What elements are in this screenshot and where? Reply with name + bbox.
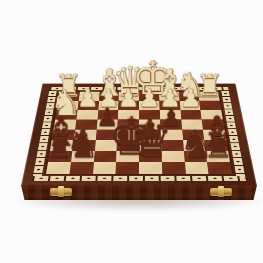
square-c8[interactable] <box>93 162 117 174</box>
square-h8[interactable] <box>207 162 232 174</box>
black-queen-piece[interactable]: ♛ <box>131 117 169 163</box>
chess-set-photo: ♜♝♛♚♝♞♜♟♟♟♟♟♟♞♟♟♟♝♟♝♜♞♚♛♞♜ <box>0 0 263 263</box>
brass-clasp-left-icon <box>50 188 72 196</box>
black-rook-piece[interactable]: ♜ <box>200 129 238 164</box>
square-b7[interactable]: ♞ <box>71 151 95 162</box>
chess-board: ♜♝♛♚♝♞♜♟♟♟♟♟♟♞♟♟♟♝♟♝♜♞♚♛♞♜ <box>21 84 257 186</box>
black-knight-piece[interactable]: ♞ <box>63 125 101 163</box>
brass-clasp-right-icon <box>210 188 232 196</box>
decorative-border-bottom <box>32 176 246 181</box>
square-f8[interactable] <box>162 162 186 174</box>
square-e8[interactable] <box>139 162 162 174</box>
square-g8[interactable] <box>184 162 208 174</box>
square-a8[interactable] <box>46 162 71 174</box>
square-d8[interactable] <box>116 162 139 174</box>
box-front-edge <box>21 185 257 200</box>
square-h7[interactable]: ♜ <box>206 151 230 162</box>
square-e7[interactable]: ♛ <box>139 151 162 162</box>
square-b8[interactable] <box>69 162 93 174</box>
board-grid: ♜♝♛♚♝♞♜♟♟♟♟♟♟♞♟♟♟♝♟♝♜♞♚♛♞♜ <box>44 91 234 175</box>
